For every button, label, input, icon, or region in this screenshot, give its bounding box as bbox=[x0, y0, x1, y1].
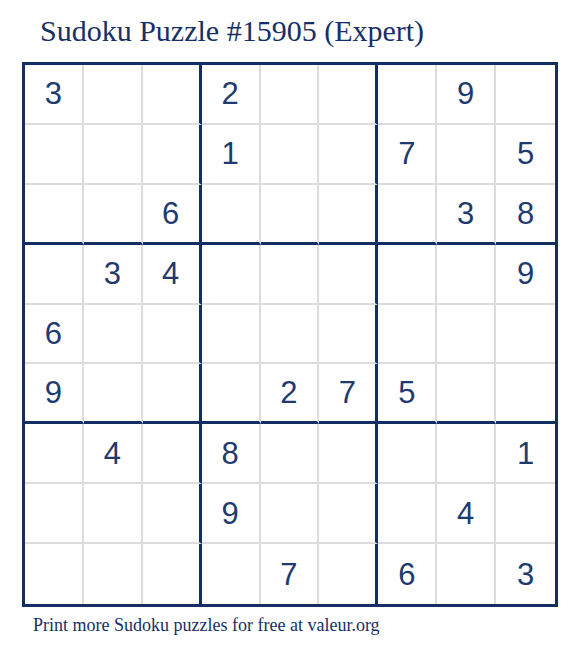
sudoku-cell-r6c6: 7 bbox=[319, 364, 378, 424]
sudoku-cell-r9c6 bbox=[319, 544, 378, 604]
sudoku-cell-r3c6 bbox=[319, 185, 378, 245]
sudoku-cell-r7c3 bbox=[143, 424, 202, 484]
sudoku-board: 3291756383496927548194763 bbox=[22, 62, 558, 607]
sudoku-cell-r2c1 bbox=[25, 125, 84, 185]
sudoku-cell-r9c5: 7 bbox=[261, 544, 320, 604]
sudoku-cell-r1c4: 2 bbox=[202, 65, 261, 125]
sudoku-cell-r3c8: 3 bbox=[437, 185, 496, 245]
sudoku-cell-r4c5 bbox=[261, 245, 320, 305]
sudoku-cell-r5c1: 6 bbox=[25, 305, 84, 365]
sudoku-cell-r4c9: 9 bbox=[496, 245, 555, 305]
sudoku-cell-r6c7: 5 bbox=[378, 364, 437, 424]
sudoku-cell-r9c1 bbox=[25, 544, 84, 604]
sudoku-cell-r5c2 bbox=[84, 305, 143, 365]
sudoku-cell-r8c8: 4 bbox=[437, 484, 496, 544]
sudoku-cell-r4c7 bbox=[378, 245, 437, 305]
sudoku-cell-r4c1 bbox=[25, 245, 84, 305]
sudoku-cell-r2c2 bbox=[84, 125, 143, 185]
sudoku-cell-r4c6 bbox=[319, 245, 378, 305]
footer-note: Print more Sudoku puzzles for free at va… bbox=[33, 615, 380, 636]
sudoku-cell-r8c5 bbox=[261, 484, 320, 544]
sudoku-cell-r6c1: 9 bbox=[25, 364, 84, 424]
sudoku-cell-r9c9: 3 bbox=[496, 544, 555, 604]
sudoku-cell-r3c7 bbox=[378, 185, 437, 245]
sudoku-cell-r6c2 bbox=[84, 364, 143, 424]
sudoku-cell-r4c3: 4 bbox=[143, 245, 202, 305]
sudoku-cell-r8c1 bbox=[25, 484, 84, 544]
sudoku-cell-r8c7 bbox=[378, 484, 437, 544]
sudoku-cell-r8c6 bbox=[319, 484, 378, 544]
sudoku-cell-r5c8 bbox=[437, 305, 496, 365]
sudoku-cell-r7c1 bbox=[25, 424, 84, 484]
sudoku-cell-r9c4 bbox=[202, 544, 261, 604]
sudoku-cell-r5c9 bbox=[496, 305, 555, 365]
sudoku-cell-r2c9: 5 bbox=[496, 125, 555, 185]
sudoku-cell-r3c2 bbox=[84, 185, 143, 245]
sudoku-cell-r3c4 bbox=[202, 185, 261, 245]
sudoku-cell-r6c4 bbox=[202, 364, 261, 424]
sudoku-cell-r4c4 bbox=[202, 245, 261, 305]
sudoku-cell-r9c3 bbox=[143, 544, 202, 604]
sudoku-cell-r1c5 bbox=[261, 65, 320, 125]
sudoku-cell-r1c7 bbox=[378, 65, 437, 125]
sudoku-cell-r2c4: 1 bbox=[202, 125, 261, 185]
sudoku-cell-r1c9 bbox=[496, 65, 555, 125]
sudoku-cell-r5c3 bbox=[143, 305, 202, 365]
sudoku-cell-r7c8 bbox=[437, 424, 496, 484]
sudoku-cell-r4c8 bbox=[437, 245, 496, 305]
sudoku-cell-r7c2: 4 bbox=[84, 424, 143, 484]
sudoku-cell-r3c3: 6 bbox=[143, 185, 202, 245]
sudoku-cell-r7c9: 1 bbox=[496, 424, 555, 484]
sudoku-cell-r9c2 bbox=[84, 544, 143, 604]
sudoku-cell-r1c2 bbox=[84, 65, 143, 125]
sudoku-cell-r7c7 bbox=[378, 424, 437, 484]
sudoku-cell-r6c8 bbox=[437, 364, 496, 424]
sudoku-cell-r4c2: 3 bbox=[84, 245, 143, 305]
sudoku-cell-r7c6 bbox=[319, 424, 378, 484]
sudoku-cell-r2c7: 7 bbox=[378, 125, 437, 185]
sudoku-cell-r6c3 bbox=[143, 364, 202, 424]
sudoku-cell-r5c4 bbox=[202, 305, 261, 365]
sudoku-cell-r3c5 bbox=[261, 185, 320, 245]
sudoku-cell-r8c3 bbox=[143, 484, 202, 544]
sudoku-cell-r9c7: 6 bbox=[378, 544, 437, 604]
sudoku-cell-r8c4: 9 bbox=[202, 484, 261, 544]
sudoku-cell-r9c8 bbox=[437, 544, 496, 604]
sudoku-cell-r5c6 bbox=[319, 305, 378, 365]
sudoku-cell-r7c5 bbox=[261, 424, 320, 484]
sudoku-cell-r2c3 bbox=[143, 125, 202, 185]
sudoku-cell-r2c6 bbox=[319, 125, 378, 185]
sudoku-cell-r3c1 bbox=[25, 185, 84, 245]
sudoku-cell-r1c3 bbox=[143, 65, 202, 125]
sudoku-cell-r5c7 bbox=[378, 305, 437, 365]
sudoku-cell-r6c9 bbox=[496, 364, 555, 424]
sudoku-cell-r2c5 bbox=[261, 125, 320, 185]
sudoku-cell-r1c8: 9 bbox=[437, 65, 496, 125]
page-title: Sudoku Puzzle #15905 (Expert) bbox=[40, 14, 424, 48]
sudoku-cell-r8c2 bbox=[84, 484, 143, 544]
sudoku-cell-r5c5 bbox=[261, 305, 320, 365]
sudoku-cell-r1c6 bbox=[319, 65, 378, 125]
sudoku-cell-r7c4: 8 bbox=[202, 424, 261, 484]
sudoku-cell-r6c5: 2 bbox=[261, 364, 320, 424]
sudoku-cell-r8c9 bbox=[496, 484, 555, 544]
sudoku-cell-r1c1: 3 bbox=[25, 65, 84, 125]
sudoku-cell-r2c8 bbox=[437, 125, 496, 185]
sudoku-cell-r3c9: 8 bbox=[496, 185, 555, 245]
